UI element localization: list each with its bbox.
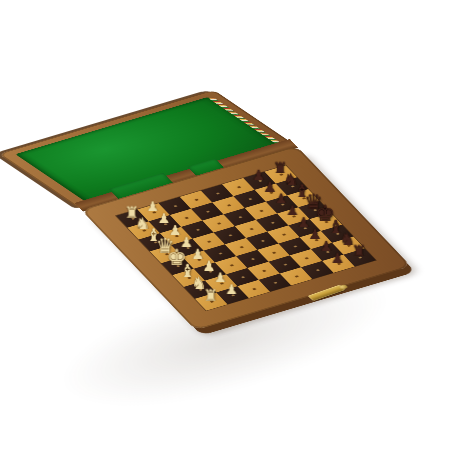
piece-black-pawn[interactable]: ♟ [324, 241, 350, 267]
photo-scene: ♜♟♟♜♞♟♟♞♝♟♟♝♛♟♟♛♚♟♟♚♝♟♟♝♞♟♟♞♜♟♟♜ [0, 0, 452, 452]
piece-white-rook[interactable]: ♜ [197, 279, 223, 305]
lid-inlay-border [209, 97, 282, 145]
